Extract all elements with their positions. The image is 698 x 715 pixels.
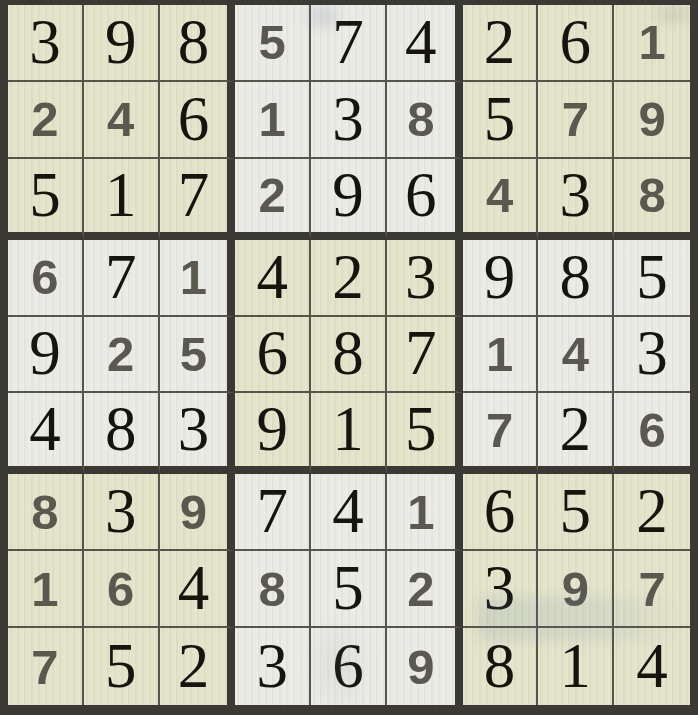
cell-r9c1[interactable]: 7 [8, 628, 84, 705]
cell-r2c3[interactable]: 6 [160, 82, 236, 159]
cell-r6c7[interactable]: 7 [463, 393, 539, 474]
cell-r7c5[interactable]: 4 [311, 474, 387, 551]
cell-r3c3[interactable]: 7 [160, 159, 236, 240]
sudoku-grid: 3985742612461385795172964386714239859256… [8, 5, 690, 705]
cell-r3c4[interactable]: 2 [235, 159, 311, 240]
cell-r4c3[interactable]: 1 [160, 240, 236, 317]
cell-r5c8[interactable]: 4 [538, 317, 614, 394]
cell-r6c1[interactable]: 4 [8, 393, 84, 474]
cell-r6c4[interactable]: 9 [235, 393, 311, 474]
cell-r9c4[interactable]: 3 [235, 628, 311, 705]
cell-r8c7[interactable]: 3 [463, 551, 539, 628]
cell-r9c2[interactable]: 5 [84, 628, 160, 705]
cell-r2c7[interactable]: 5 [463, 82, 539, 159]
cell-r7c9[interactable]: 2 [614, 474, 690, 551]
cell-r6c6[interactable]: 5 [387, 393, 463, 474]
cell-r9c8[interactable]: 1 [538, 628, 614, 705]
cell-r4c9[interactable]: 5 [614, 240, 690, 317]
cell-r3c5[interactable]: 9 [311, 159, 387, 240]
cell-r3c7[interactable]: 4 [463, 159, 539, 240]
cell-r4c6[interactable]: 3 [387, 240, 463, 317]
cell-r2c4[interactable]: 1 [235, 82, 311, 159]
cell-r4c7[interactable]: 9 [463, 240, 539, 317]
cell-r1c8[interactable]: 6 [538, 5, 614, 82]
cell-r1c4[interactable]: 5 [235, 5, 311, 82]
cell-r8c9[interactable]: 7 [614, 551, 690, 628]
cell-r9c9[interactable]: 4 [614, 628, 690, 705]
cell-r2c9[interactable]: 9 [614, 82, 690, 159]
cell-r4c4[interactable]: 4 [235, 240, 311, 317]
cell-r7c3[interactable]: 9 [160, 474, 236, 551]
cell-r5c3[interactable]: 5 [160, 317, 236, 394]
cell-r2c2[interactable]: 4 [84, 82, 160, 159]
cell-r6c9[interactable]: 6 [614, 393, 690, 474]
cell-r6c2[interactable]: 8 [84, 393, 160, 474]
cell-r1c7[interactable]: 2 [463, 5, 539, 82]
cell-r5c6[interactable]: 7 [387, 317, 463, 394]
cell-r2c1[interactable]: 2 [8, 82, 84, 159]
cell-r7c8[interactable]: 5 [538, 474, 614, 551]
cell-r6c5[interactable]: 1 [311, 393, 387, 474]
cell-r5c7[interactable]: 1 [463, 317, 539, 394]
cell-r3c1[interactable]: 5 [8, 159, 84, 240]
sudoku-board: 3985742612461385795172964386714239859256… [0, 0, 698, 715]
cell-r9c5[interactable]: 6 [311, 628, 387, 705]
cell-r6c3[interactable]: 3 [160, 393, 236, 474]
cell-r8c6[interactable]: 2 [387, 551, 463, 628]
cell-r5c5[interactable]: 8 [311, 317, 387, 394]
cell-r1c5[interactable]: 7 [311, 5, 387, 82]
cell-r2c8[interactable]: 7 [538, 82, 614, 159]
cell-r4c2[interactable]: 7 [84, 240, 160, 317]
cell-r8c2[interactable]: 6 [84, 551, 160, 628]
cell-r7c2[interactable]: 3 [84, 474, 160, 551]
cell-r2c5[interactable]: 3 [311, 82, 387, 159]
cell-r6c8[interactable]: 2 [538, 393, 614, 474]
cell-r4c1[interactable]: 6 [8, 240, 84, 317]
cell-r9c7[interactable]: 8 [463, 628, 539, 705]
cell-r4c5[interactable]: 2 [311, 240, 387, 317]
cell-r8c8[interactable]: 9 [538, 551, 614, 628]
cell-r4c8[interactable]: 8 [538, 240, 614, 317]
cell-r7c1[interactable]: 8 [8, 474, 84, 551]
cell-r1c6[interactable]: 4 [387, 5, 463, 82]
cell-r5c4[interactable]: 6 [235, 317, 311, 394]
cell-r7c6[interactable]: 1 [387, 474, 463, 551]
cell-r7c7[interactable]: 6 [463, 474, 539, 551]
cell-r1c3[interactable]: 8 [160, 5, 236, 82]
cell-r1c1[interactable]: 3 [8, 5, 84, 82]
cell-r9c6[interactable]: 9 [387, 628, 463, 705]
cell-r3c9[interactable]: 8 [614, 159, 690, 240]
cell-r8c5[interactable]: 5 [311, 551, 387, 628]
cell-r5c1[interactable]: 9 [8, 317, 84, 394]
cell-r8c3[interactable]: 4 [160, 551, 236, 628]
cell-r8c1[interactable]: 1 [8, 551, 84, 628]
cell-r3c8[interactable]: 3 [538, 159, 614, 240]
cell-r5c2[interactable]: 2 [84, 317, 160, 394]
cell-r3c6[interactable]: 6 [387, 159, 463, 240]
cell-r3c2[interactable]: 1 [84, 159, 160, 240]
cell-r5c9[interactable]: 3 [614, 317, 690, 394]
cell-r1c9[interactable]: 1 [614, 5, 690, 82]
cell-r7c4[interactable]: 7 [235, 474, 311, 551]
cell-r9c3[interactable]: 2 [160, 628, 236, 705]
cell-r8c4[interactable]: 8 [235, 551, 311, 628]
cell-r2c6[interactable]: 8 [387, 82, 463, 159]
cell-r1c2[interactable]: 9 [84, 5, 160, 82]
